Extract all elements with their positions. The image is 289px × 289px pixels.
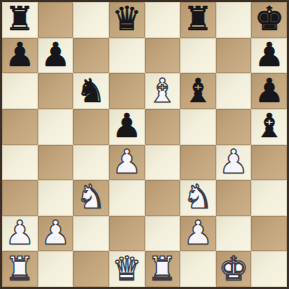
square-b2[interactable]: ♟ — [38, 216, 74, 252]
square-c6[interactable]: ♞ — [73, 73, 109, 109]
square-f3[interactable]: ♞ — [180, 180, 216, 216]
square-b5[interactable] — [38, 109, 74, 145]
white-bishop[interactable]: ♝ — [148, 74, 178, 107]
square-g1[interactable]: ♚ — [216, 251, 252, 287]
square-g7[interactable] — [216, 38, 252, 74]
white-pawn[interactable]: ♟ — [5, 216, 35, 249]
white-pawn[interactable]: ♟ — [183, 216, 213, 249]
square-f4[interactable] — [180, 145, 216, 181]
square-f1[interactable] — [180, 251, 216, 287]
square-d4[interactable]: ♟ — [109, 145, 145, 181]
square-a4[interactable] — [2, 145, 38, 181]
white-pawn[interactable]: ♟ — [219, 145, 249, 178]
square-c2[interactable] — [73, 216, 109, 252]
square-e4[interactable] — [145, 145, 181, 181]
white-king[interactable]: ♚ — [219, 252, 249, 285]
black-bishop[interactable]: ♝ — [254, 109, 284, 142]
square-e5[interactable] — [145, 109, 181, 145]
square-g8[interactable] — [216, 2, 252, 38]
square-h2[interactable] — [251, 216, 287, 252]
white-knight[interactable]: ♞ — [183, 180, 213, 213]
square-h5[interactable]: ♝ — [251, 109, 287, 145]
square-f5[interactable] — [180, 109, 216, 145]
square-e2[interactable] — [145, 216, 181, 252]
white-knight[interactable]: ♞ — [76, 180, 106, 213]
square-c3[interactable]: ♞ — [73, 180, 109, 216]
white-pawn[interactable]: ♟ — [41, 216, 71, 249]
black-pawn[interactable]: ♟ — [41, 38, 71, 71]
square-f6[interactable]: ♝ — [180, 73, 216, 109]
square-b1[interactable] — [38, 251, 74, 287]
square-d6[interactable] — [109, 73, 145, 109]
square-e8[interactable] — [145, 2, 181, 38]
square-c7[interactable] — [73, 38, 109, 74]
black-king[interactable]: ♚ — [254, 2, 284, 35]
black-queen[interactable]: ♛ — [112, 2, 142, 35]
square-e7[interactable] — [145, 38, 181, 74]
square-d7[interactable] — [109, 38, 145, 74]
square-h6[interactable]: ♟ — [251, 73, 287, 109]
square-f7[interactable] — [180, 38, 216, 74]
square-e6[interactable]: ♝ — [145, 73, 181, 109]
square-b4[interactable] — [38, 145, 74, 181]
square-a1[interactable]: ♜ — [2, 251, 38, 287]
white-pawn[interactable]: ♟ — [112, 145, 142, 178]
square-g2[interactable] — [216, 216, 252, 252]
black-knight[interactable]: ♞ — [76, 74, 106, 107]
white-rook[interactable]: ♜ — [5, 252, 35, 285]
square-g5[interactable] — [216, 109, 252, 145]
square-e1[interactable]: ♜ — [145, 251, 181, 287]
square-h4[interactable] — [251, 145, 287, 181]
square-e3[interactable] — [145, 180, 181, 216]
black-pawn[interactable]: ♟ — [112, 109, 142, 142]
white-queen[interactable]: ♛ — [112, 252, 142, 285]
square-d2[interactable] — [109, 216, 145, 252]
square-d5[interactable]: ♟ — [109, 109, 145, 145]
chess-board: ♜♛♜♚♟♟♟♞♝♝♟♟♝♟♟♞♞♟♟♟♜♛♜♚ — [0, 0, 289, 289]
square-a6[interactable] — [2, 73, 38, 109]
square-d8[interactable]: ♛ — [109, 2, 145, 38]
white-rook[interactable]: ♜ — [148, 252, 178, 285]
square-a8[interactable]: ♜ — [2, 2, 38, 38]
square-g3[interactable] — [216, 180, 252, 216]
square-h8[interactable]: ♚ — [251, 2, 287, 38]
square-c1[interactable] — [73, 251, 109, 287]
black-rook[interactable]: ♜ — [5, 2, 35, 35]
square-h3[interactable] — [251, 180, 287, 216]
square-d1[interactable]: ♛ — [109, 251, 145, 287]
square-f2[interactable]: ♟ — [180, 216, 216, 252]
square-f8[interactable]: ♜ — [180, 2, 216, 38]
square-a3[interactable] — [2, 180, 38, 216]
square-h1[interactable] — [251, 251, 287, 287]
square-a5[interactable] — [2, 109, 38, 145]
black-rook[interactable]: ♜ — [183, 2, 213, 35]
square-a2[interactable]: ♟ — [2, 216, 38, 252]
square-c8[interactable] — [73, 2, 109, 38]
square-c4[interactable] — [73, 145, 109, 181]
square-b3[interactable] — [38, 180, 74, 216]
square-b6[interactable] — [38, 73, 74, 109]
black-bishop[interactable]: ♝ — [183, 74, 213, 107]
black-pawn[interactable]: ♟ — [254, 74, 284, 107]
square-b7[interactable]: ♟ — [38, 38, 74, 74]
square-c5[interactable] — [73, 109, 109, 145]
square-d3[interactable] — [109, 180, 145, 216]
black-pawn[interactable]: ♟ — [254, 38, 284, 71]
black-pawn[interactable]: ♟ — [5, 38, 35, 71]
square-h7[interactable]: ♟ — [251, 38, 287, 74]
square-b8[interactable] — [38, 2, 74, 38]
square-g4[interactable]: ♟ — [216, 145, 252, 181]
chess-board-container: ♜♛♜♚♟♟♟♞♝♝♟♟♝♟♟♞♞♟♟♟♜♛♜♚ — [0, 0, 289, 289]
square-g6[interactable] — [216, 73, 252, 109]
square-a7[interactable]: ♟ — [2, 38, 38, 74]
